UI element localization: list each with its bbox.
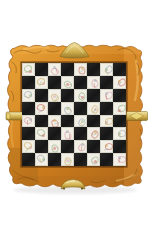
square-g7 (100, 76, 113, 89)
square-a1 (22, 153, 35, 166)
square-g6 (100, 89, 113, 102)
square-f1 (87, 153, 100, 166)
square-h8 (113, 63, 126, 76)
square-b7 (35, 76, 48, 89)
painted-motif (29, 94, 32, 97)
square-e4 (74, 115, 87, 128)
square-c5 (48, 102, 61, 115)
square-f5 (87, 102, 100, 115)
square-f4 (87, 115, 100, 128)
square-c4 (48, 115, 61, 128)
square-e7 (74, 76, 87, 89)
square-e1 (74, 153, 87, 166)
square-f3 (87, 127, 100, 140)
square-b3 (35, 127, 48, 140)
square-d6 (61, 89, 74, 102)
painted-motif (42, 82, 45, 85)
square-d2 (61, 140, 74, 153)
square-d8 (61, 63, 74, 76)
square-h2 (113, 140, 126, 153)
square-c7 (48, 76, 61, 89)
square-a7 (22, 76, 35, 89)
square-h3 (113, 127, 126, 140)
square-g8 (100, 63, 113, 76)
chess-board (22, 63, 126, 166)
painted-motif (29, 118, 32, 121)
square-a2 (22, 140, 35, 153)
square-c2 (48, 140, 61, 153)
square-a4 (22, 115, 35, 128)
painted-motif (53, 119, 56, 122)
square-h5 (113, 102, 126, 115)
square-g5 (100, 102, 113, 115)
square-d4 (61, 115, 74, 128)
square-a8 (22, 63, 35, 76)
square-b6 (35, 89, 48, 102)
square-b2 (35, 140, 48, 153)
square-c6 (48, 89, 61, 102)
square-e8 (74, 63, 87, 76)
square-b8 (35, 63, 48, 76)
square-f8 (87, 63, 100, 76)
square-g4 (100, 115, 113, 128)
square-f7 (87, 76, 100, 89)
square-h4 (113, 115, 126, 128)
square-c8 (48, 63, 61, 76)
painted-motif (81, 120, 84, 123)
square-c1 (48, 153, 61, 166)
square-e5 (74, 102, 87, 115)
brass-top-ornament (60, 43, 89, 59)
square-a5 (22, 102, 35, 115)
painted-motif (67, 84, 72, 85)
square-d1 (61, 153, 74, 166)
square-b5 (35, 102, 48, 115)
square-g2 (100, 140, 113, 153)
square-b4 (35, 115, 48, 128)
square-d7 (61, 76, 74, 89)
square-b1 (35, 153, 48, 166)
square-e3 (74, 127, 87, 140)
square-c3 (48, 127, 61, 140)
square-a3 (22, 127, 35, 140)
square-h7 (113, 76, 126, 89)
board-photo (0, 0, 150, 225)
square-h6 (113, 89, 126, 102)
square-g1 (100, 153, 113, 166)
square-g3 (100, 127, 113, 140)
square-e6 (74, 89, 87, 102)
square-f6 (87, 89, 100, 102)
painted-motif (27, 119, 28, 124)
painted-motif (25, 72, 30, 73)
square-e2 (74, 140, 87, 153)
square-d5 (61, 102, 74, 115)
painted-motif (94, 79, 97, 82)
square-h1 (113, 153, 126, 166)
square-d3 (61, 127, 74, 140)
square-a6 (22, 89, 35, 102)
brass-right-hinge (127, 112, 148, 121)
square-f2 (87, 140, 100, 153)
painted-motif (42, 106, 45, 109)
